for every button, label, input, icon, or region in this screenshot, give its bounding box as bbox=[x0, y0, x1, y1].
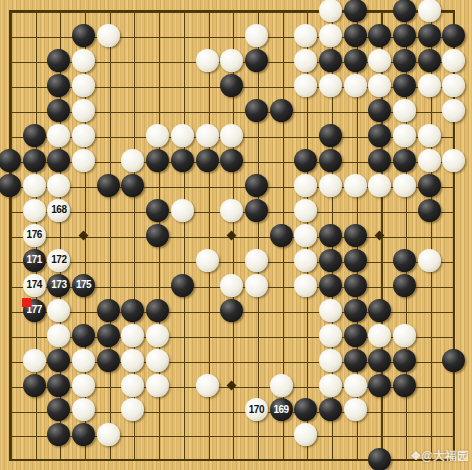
board-cell[interactable] bbox=[195, 23, 220, 48]
board-cell[interactable] bbox=[0, 0, 22, 23]
board-cell[interactable] bbox=[219, 373, 244, 398]
board-cell[interactable] bbox=[170, 248, 195, 273]
board-cell[interactable] bbox=[121, 422, 146, 447]
board-cell[interactable] bbox=[170, 98, 195, 123]
board-cell[interactable] bbox=[367, 98, 392, 123]
board-cell[interactable] bbox=[121, 373, 146, 398]
board-cell[interactable] bbox=[195, 173, 220, 198]
board-cell[interactable] bbox=[442, 73, 467, 98]
board-cell[interactable] bbox=[343, 373, 368, 398]
board-cell[interactable] bbox=[71, 173, 96, 198]
board-cell[interactable] bbox=[318, 398, 343, 423]
board-cell[interactable] bbox=[121, 398, 146, 423]
board-cell[interactable] bbox=[318, 198, 343, 223]
board-cell[interactable] bbox=[219, 323, 244, 348]
board-cell[interactable] bbox=[96, 0, 121, 23]
board-cell[interactable] bbox=[22, 123, 47, 148]
board-cell[interactable] bbox=[244, 248, 269, 273]
board-cell[interactable] bbox=[0, 323, 22, 348]
board-cell[interactable] bbox=[22, 148, 47, 173]
board-cell[interactable] bbox=[121, 198, 146, 223]
board-cell[interactable] bbox=[244, 123, 269, 148]
board-cell[interactable] bbox=[71, 148, 96, 173]
board-cell[interactable] bbox=[417, 398, 442, 423]
board-cell[interactable] bbox=[121, 123, 146, 148]
board-cell[interactable] bbox=[22, 173, 47, 198]
board-cell[interactable] bbox=[293, 23, 318, 48]
board-cell[interactable] bbox=[269, 73, 294, 98]
board-cell[interactable] bbox=[121, 148, 146, 173]
board-cell[interactable] bbox=[0, 447, 22, 470]
board-cell[interactable] bbox=[0, 123, 22, 148]
board-cell[interactable] bbox=[417, 73, 442, 98]
board-cell[interactable] bbox=[195, 348, 220, 373]
board-cell[interactable] bbox=[392, 273, 417, 298]
board-cell[interactable] bbox=[121, 447, 146, 470]
board-cell[interactable] bbox=[0, 223, 22, 248]
board-cell[interactable] bbox=[367, 398, 392, 423]
board-cell[interactable] bbox=[22, 48, 47, 73]
board-cell[interactable] bbox=[145, 198, 170, 223]
board-cell[interactable] bbox=[96, 273, 121, 298]
board-cell[interactable] bbox=[269, 447, 294, 470]
board-cell[interactable] bbox=[417, 248, 442, 273]
board-cell[interactable] bbox=[293, 422, 318, 447]
board-cell[interactable] bbox=[195, 298, 220, 323]
board-cell[interactable] bbox=[170, 447, 195, 470]
board-cell[interactable] bbox=[219, 248, 244, 273]
board-cell[interactable] bbox=[22, 23, 47, 48]
board-cell[interactable] bbox=[47, 73, 72, 98]
board-cell[interactable] bbox=[195, 98, 220, 123]
board-cell[interactable] bbox=[145, 447, 170, 470]
board-cell[interactable] bbox=[244, 173, 269, 198]
board-cell[interactable] bbox=[343, 0, 368, 23]
board-cell[interactable] bbox=[96, 398, 121, 423]
board-cell[interactable] bbox=[219, 148, 244, 173]
board-cell[interactable] bbox=[442, 0, 467, 23]
board-cell[interactable] bbox=[71, 0, 96, 23]
board-cell[interactable] bbox=[0, 198, 22, 223]
board-cell[interactable] bbox=[71, 198, 96, 223]
board-cell[interactable] bbox=[47, 323, 72, 348]
board-cell[interactable] bbox=[145, 98, 170, 123]
board-cell[interactable] bbox=[293, 73, 318, 98]
board-cell[interactable] bbox=[269, 323, 294, 348]
board-cell[interactable] bbox=[96, 223, 121, 248]
board-cell[interactable] bbox=[170, 348, 195, 373]
board-cell[interactable] bbox=[195, 323, 220, 348]
board-cell[interactable] bbox=[392, 323, 417, 348]
board-cell[interactable] bbox=[392, 148, 417, 173]
board-cell[interactable] bbox=[170, 123, 195, 148]
board-cell[interactable] bbox=[244, 198, 269, 223]
board-cell[interactable] bbox=[367, 23, 392, 48]
board-cell[interactable] bbox=[392, 0, 417, 23]
board-cell[interactable] bbox=[71, 48, 96, 73]
board-cell[interactable] bbox=[343, 447, 368, 470]
board-cell[interactable] bbox=[367, 173, 392, 198]
board-cell[interactable] bbox=[145, 422, 170, 447]
board-cell[interactable] bbox=[145, 373, 170, 398]
board-cell[interactable] bbox=[170, 173, 195, 198]
board-cell[interactable] bbox=[219, 23, 244, 48]
board-cell[interactable] bbox=[96, 373, 121, 398]
board-cell[interactable] bbox=[367, 0, 392, 23]
board-cell[interactable] bbox=[170, 223, 195, 248]
board-cell[interactable] bbox=[318, 323, 343, 348]
board-cell[interactable] bbox=[71, 398, 96, 423]
board-cell[interactable] bbox=[47, 148, 72, 173]
board-cell[interactable] bbox=[293, 348, 318, 373]
board-cell[interactable] bbox=[417, 198, 442, 223]
board-cell[interactable] bbox=[367, 298, 392, 323]
board-cell[interactable] bbox=[0, 348, 22, 373]
board-cell[interactable] bbox=[96, 422, 121, 447]
board-cell[interactable] bbox=[121, 173, 146, 198]
board-cell[interactable] bbox=[318, 373, 343, 398]
board-cell[interactable] bbox=[367, 148, 392, 173]
board-cell[interactable] bbox=[293, 173, 318, 198]
board-cell[interactable] bbox=[219, 273, 244, 298]
board-cell[interactable] bbox=[170, 323, 195, 348]
board-cell[interactable] bbox=[417, 373, 442, 398]
board-cell[interactable] bbox=[269, 148, 294, 173]
board-cell[interactable] bbox=[343, 398, 368, 423]
board-cell[interactable] bbox=[343, 123, 368, 148]
board-cell[interactable] bbox=[0, 398, 22, 423]
board-cell[interactable] bbox=[417, 323, 442, 348]
board-cell[interactable] bbox=[293, 98, 318, 123]
board-cell[interactable] bbox=[343, 48, 368, 73]
board-cell[interactable] bbox=[367, 273, 392, 298]
board-cell[interactable] bbox=[71, 422, 96, 447]
board-cell[interactable] bbox=[392, 223, 417, 248]
board-cell[interactable] bbox=[392, 198, 417, 223]
board-cell[interactable] bbox=[195, 422, 220, 447]
board-cell[interactable] bbox=[145, 0, 170, 23]
board-cell[interactable] bbox=[0, 373, 22, 398]
board-cell[interactable] bbox=[318, 273, 343, 298]
board-cell[interactable] bbox=[442, 373, 467, 398]
board-cell[interactable] bbox=[0, 422, 22, 447]
board-cell[interactable] bbox=[343, 148, 368, 173]
board-cell[interactable] bbox=[121, 323, 146, 348]
board-cell[interactable] bbox=[219, 48, 244, 73]
board-cell[interactable] bbox=[0, 148, 22, 173]
board-cell[interactable] bbox=[47, 223, 72, 248]
board-cell[interactable] bbox=[195, 0, 220, 23]
board-cell[interactable] bbox=[244, 323, 269, 348]
board-cell[interactable]: 170 bbox=[244, 398, 269, 423]
board-cell[interactable] bbox=[121, 248, 146, 273]
board-cell[interactable] bbox=[96, 173, 121, 198]
board-cell[interactable] bbox=[269, 123, 294, 148]
board-cell[interactable] bbox=[244, 298, 269, 323]
board-cell[interactable] bbox=[71, 123, 96, 148]
board-cell[interactable] bbox=[318, 248, 343, 273]
board-cell[interactable] bbox=[0, 273, 22, 298]
board-cell[interactable] bbox=[71, 447, 96, 470]
board-cell[interactable] bbox=[71, 73, 96, 98]
board-cell[interactable] bbox=[195, 373, 220, 398]
board-cell[interactable] bbox=[244, 23, 269, 48]
board-cell[interactable] bbox=[47, 173, 72, 198]
board-cell[interactable] bbox=[244, 422, 269, 447]
board-cell[interactable] bbox=[0, 23, 22, 48]
board-cell[interactable] bbox=[269, 248, 294, 273]
board-cell[interactable] bbox=[367, 373, 392, 398]
board-cell[interactable] bbox=[47, 398, 72, 423]
board-cell[interactable] bbox=[244, 447, 269, 470]
board-cell[interactable] bbox=[0, 248, 22, 273]
board-cell[interactable] bbox=[219, 422, 244, 447]
board-cell[interactable] bbox=[269, 0, 294, 23]
board-cell[interactable] bbox=[145, 173, 170, 198]
board-cell[interactable] bbox=[343, 173, 368, 198]
board-cell[interactable] bbox=[318, 223, 343, 248]
board-cell[interactable] bbox=[47, 0, 72, 23]
board-cell[interactable] bbox=[442, 398, 467, 423]
board-cell[interactable] bbox=[293, 323, 318, 348]
board-cell[interactable] bbox=[121, 48, 146, 73]
board-cell[interactable] bbox=[367, 223, 392, 248]
board-cell[interactable] bbox=[269, 422, 294, 447]
board-cell[interactable] bbox=[145, 123, 170, 148]
board-cell[interactable] bbox=[417, 173, 442, 198]
board-cell[interactable] bbox=[343, 323, 368, 348]
board-cell[interactable] bbox=[219, 0, 244, 23]
board-cell[interactable] bbox=[22, 98, 47, 123]
board-cell[interactable] bbox=[121, 273, 146, 298]
board-cell[interactable] bbox=[195, 123, 220, 148]
board-cell[interactable] bbox=[269, 223, 294, 248]
board-cell[interactable] bbox=[170, 23, 195, 48]
board-cell[interactable] bbox=[170, 148, 195, 173]
board-cell[interactable] bbox=[195, 447, 220, 470]
board-cell[interactable] bbox=[145, 73, 170, 98]
board-cell[interactable] bbox=[219, 73, 244, 98]
board-cell[interactable] bbox=[367, 323, 392, 348]
board-cell[interactable] bbox=[367, 123, 392, 148]
board-cell[interactable] bbox=[219, 173, 244, 198]
board-cell[interactable] bbox=[0, 173, 22, 198]
board-cell[interactable] bbox=[392, 23, 417, 48]
board-cell[interactable] bbox=[71, 248, 96, 273]
board-cell[interactable] bbox=[367, 198, 392, 223]
board-cell[interactable] bbox=[367, 73, 392, 98]
board-cell[interactable] bbox=[318, 348, 343, 373]
board-cell[interactable] bbox=[343, 273, 368, 298]
board-cell[interactable] bbox=[318, 148, 343, 173]
board-cell[interactable] bbox=[417, 273, 442, 298]
board-cell[interactable] bbox=[47, 447, 72, 470]
board-cell[interactable] bbox=[219, 123, 244, 148]
board-cell[interactable] bbox=[47, 98, 72, 123]
board-cell[interactable] bbox=[293, 298, 318, 323]
board-cell[interactable] bbox=[47, 48, 72, 73]
board-cell[interactable] bbox=[145, 148, 170, 173]
board-cell[interactable] bbox=[442, 48, 467, 73]
board-cell[interactable] bbox=[195, 398, 220, 423]
board-cell[interactable] bbox=[22, 398, 47, 423]
board-cell[interactable] bbox=[121, 298, 146, 323]
board-cell[interactable] bbox=[71, 23, 96, 48]
board-cell[interactable] bbox=[442, 198, 467, 223]
board-cell[interactable] bbox=[96, 447, 121, 470]
board-cell[interactable] bbox=[244, 223, 269, 248]
board-cell[interactable] bbox=[195, 48, 220, 73]
board-cell[interactable] bbox=[96, 198, 121, 223]
board-cell[interactable] bbox=[442, 23, 467, 48]
board-cell[interactable] bbox=[293, 123, 318, 148]
board-cell[interactable] bbox=[318, 98, 343, 123]
board-cell[interactable] bbox=[318, 447, 343, 470]
board-cell[interactable] bbox=[96, 98, 121, 123]
board-cell[interactable] bbox=[417, 422, 442, 447]
board-cell[interactable] bbox=[442, 148, 467, 173]
board-cell[interactable] bbox=[170, 373, 195, 398]
board-cell[interactable] bbox=[417, 148, 442, 173]
board-cell[interactable] bbox=[442, 348, 467, 373]
board-cell[interactable] bbox=[170, 298, 195, 323]
board-cell[interactable] bbox=[170, 48, 195, 73]
board-cell[interactable] bbox=[219, 447, 244, 470]
board-cell[interactable] bbox=[392, 173, 417, 198]
board-cell[interactable] bbox=[121, 23, 146, 48]
board-cell[interactable] bbox=[22, 373, 47, 398]
board-cell[interactable] bbox=[417, 23, 442, 48]
board-cell[interactable] bbox=[71, 323, 96, 348]
board-cell[interactable] bbox=[392, 398, 417, 423]
board-cell[interactable] bbox=[219, 398, 244, 423]
board-cell[interactable] bbox=[417, 0, 442, 23]
board-cell[interactable] bbox=[195, 198, 220, 223]
board-cell[interactable] bbox=[0, 298, 22, 323]
board-cell[interactable] bbox=[71, 298, 96, 323]
board-cell[interactable] bbox=[269, 373, 294, 398]
board-cell[interactable] bbox=[22, 323, 47, 348]
board-cell[interactable] bbox=[47, 373, 72, 398]
board-cell[interactable] bbox=[195, 223, 220, 248]
board-cell[interactable] bbox=[269, 198, 294, 223]
board-cell[interactable] bbox=[71, 223, 96, 248]
board-cell[interactable] bbox=[392, 348, 417, 373]
board-cell[interactable] bbox=[343, 422, 368, 447]
board-cell[interactable] bbox=[269, 273, 294, 298]
board-cell[interactable] bbox=[195, 148, 220, 173]
board-cell[interactable] bbox=[219, 198, 244, 223]
board-cell[interactable]: 171 bbox=[22, 248, 47, 273]
board-cell[interactable] bbox=[96, 48, 121, 73]
board-cell[interactable] bbox=[343, 248, 368, 273]
board-cell[interactable]: 173 bbox=[47, 273, 72, 298]
board-cell[interactable] bbox=[145, 348, 170, 373]
board-cell[interactable] bbox=[269, 348, 294, 373]
board-cell[interactable] bbox=[170, 422, 195, 447]
board-cell[interactable] bbox=[392, 422, 417, 447]
board-cell[interactable] bbox=[318, 0, 343, 23]
board-cell[interactable] bbox=[367, 248, 392, 273]
board-cell[interactable] bbox=[96, 23, 121, 48]
board-cell[interactable] bbox=[47, 123, 72, 148]
board-cell[interactable] bbox=[293, 223, 318, 248]
board-cell[interactable] bbox=[293, 373, 318, 398]
board-cell[interactable] bbox=[195, 73, 220, 98]
board-cell[interactable] bbox=[121, 0, 146, 23]
board-cell[interactable] bbox=[442, 173, 467, 198]
board-cell[interactable] bbox=[343, 98, 368, 123]
board-cell[interactable] bbox=[343, 198, 368, 223]
board-cell[interactable] bbox=[318, 23, 343, 48]
board-cell[interactable]: 175 bbox=[71, 273, 96, 298]
board-cell[interactable] bbox=[244, 0, 269, 23]
board-cell[interactable]: 176 bbox=[22, 223, 47, 248]
board-cell[interactable] bbox=[96, 148, 121, 173]
board-cell[interactable] bbox=[96, 73, 121, 98]
board-cell[interactable] bbox=[244, 98, 269, 123]
board-cell[interactable] bbox=[367, 422, 392, 447]
board-cell[interactable] bbox=[22, 198, 47, 223]
board-cell[interactable] bbox=[392, 373, 417, 398]
board-cell[interactable] bbox=[96, 323, 121, 348]
board-cell[interactable] bbox=[170, 198, 195, 223]
board-cell[interactable] bbox=[219, 298, 244, 323]
board-cell[interactable] bbox=[170, 0, 195, 23]
board-cell[interactable] bbox=[145, 248, 170, 273]
board-cell[interactable] bbox=[22, 0, 47, 23]
board-cell[interactable] bbox=[244, 348, 269, 373]
board-cell[interactable] bbox=[392, 298, 417, 323]
board-cell[interactable] bbox=[96, 123, 121, 148]
board-cell[interactable] bbox=[244, 273, 269, 298]
board-cell[interactable] bbox=[145, 48, 170, 73]
board-cell[interactable] bbox=[293, 273, 318, 298]
board-cell[interactable] bbox=[145, 273, 170, 298]
board-cell[interactable]: 172 bbox=[47, 248, 72, 273]
board-cell[interactable] bbox=[269, 98, 294, 123]
board-cell[interactable] bbox=[47, 422, 72, 447]
board-cell[interactable] bbox=[343, 73, 368, 98]
board-cell[interactable] bbox=[392, 48, 417, 73]
board-cell[interactable] bbox=[367, 48, 392, 73]
board-cell[interactable]: 174 bbox=[22, 273, 47, 298]
board-cell[interactable] bbox=[145, 223, 170, 248]
board-cell[interactable] bbox=[318, 173, 343, 198]
board-cell[interactable] bbox=[244, 73, 269, 98]
board-cell[interactable] bbox=[442, 323, 467, 348]
board-cell[interactable] bbox=[392, 98, 417, 123]
board-cell[interactable]: 169 bbox=[269, 398, 294, 423]
board-cell[interactable] bbox=[0, 48, 22, 73]
board-cell[interactable] bbox=[0, 98, 22, 123]
board-cell[interactable] bbox=[47, 23, 72, 48]
board-cell[interactable] bbox=[145, 298, 170, 323]
board-cell[interactable] bbox=[318, 73, 343, 98]
board-cell[interactable] bbox=[269, 173, 294, 198]
board-cell[interactable] bbox=[22, 348, 47, 373]
board-cell[interactable] bbox=[96, 298, 121, 323]
board-cell[interactable] bbox=[293, 447, 318, 470]
board-cell[interactable] bbox=[343, 348, 368, 373]
board-cell[interactable] bbox=[170, 273, 195, 298]
board-cell[interactable] bbox=[318, 298, 343, 323]
board-cell[interactable] bbox=[0, 73, 22, 98]
board-cell[interactable] bbox=[195, 248, 220, 273]
board-cell[interactable] bbox=[293, 148, 318, 173]
board-cell[interactable] bbox=[47, 348, 72, 373]
board-cell[interactable] bbox=[244, 148, 269, 173]
